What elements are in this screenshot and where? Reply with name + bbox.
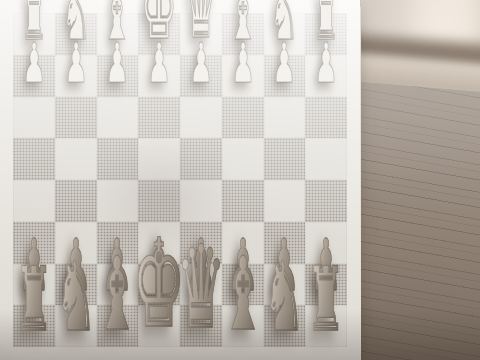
square-e4 (138, 138, 180, 180)
square-h7 (13, 264, 55, 306)
square-e1 (138, 13, 180, 55)
square-c5 (222, 180, 264, 222)
square-g3 (55, 97, 97, 139)
square-d2 (180, 55, 222, 97)
square-c2 (222, 55, 264, 97)
square-h2 (13, 55, 55, 97)
square-b7 (264, 264, 306, 306)
square-g2 (55, 55, 97, 97)
square-g7 (55, 264, 97, 306)
square-f5 (97, 180, 139, 222)
square-e5 (138, 180, 180, 222)
square-g5 (55, 180, 97, 222)
square-b2 (264, 55, 306, 97)
square-g6 (55, 222, 97, 264)
square-h6 (13, 222, 55, 264)
square-e2 (138, 55, 180, 97)
square-d3 (180, 97, 222, 139)
square-a7 (305, 264, 347, 306)
square-e6 (138, 222, 180, 264)
square-a5 (305, 180, 347, 222)
square-h1 (13, 13, 55, 55)
square-f1 (97, 13, 139, 55)
square-d4 (180, 138, 222, 180)
square-d7 (180, 264, 222, 306)
square-f6 (97, 222, 139, 264)
square-h5 (13, 180, 55, 222)
square-c8 (222, 305, 264, 347)
square-a2 (305, 55, 347, 97)
square-e7 (138, 264, 180, 306)
square-b6 (264, 222, 306, 264)
square-b8 (264, 305, 306, 347)
square-c1 (222, 13, 264, 55)
scene: ♜♞♝♚♛♝♞♜♟♟♟♟♟♟♟♟♟♟♟♟♟♟♟♟♜♞♝♚♛♝♞♜ (0, 0, 480, 360)
square-d5 (180, 180, 222, 222)
square-c3 (222, 97, 264, 139)
square-b4 (264, 138, 306, 180)
square-f4 (97, 138, 139, 180)
square-e3 (138, 97, 180, 139)
square-g8 (55, 305, 97, 347)
square-h8 (13, 305, 55, 347)
square-d6 (180, 222, 222, 264)
square-b5 (264, 180, 306, 222)
square-a1 (305, 13, 347, 55)
square-f8 (97, 305, 139, 347)
square-f3 (97, 97, 139, 139)
square-a4 (305, 138, 347, 180)
square-c4 (222, 138, 264, 180)
square-a3 (305, 97, 347, 139)
square-d8 (180, 305, 222, 347)
chess-board (0, 0, 360, 360)
square-f7 (97, 264, 139, 306)
square-b3 (264, 97, 306, 139)
square-h3 (13, 97, 55, 139)
square-b1 (264, 13, 306, 55)
square-a8 (305, 305, 347, 347)
square-f2 (97, 55, 139, 97)
square-c6 (222, 222, 264, 264)
square-e8 (138, 305, 180, 347)
square-c7 (222, 264, 264, 306)
square-g1 (55, 13, 97, 55)
square-h4 (13, 138, 55, 180)
square-d1 (180, 13, 222, 55)
square-a6 (305, 222, 347, 264)
square-g4 (55, 138, 97, 180)
